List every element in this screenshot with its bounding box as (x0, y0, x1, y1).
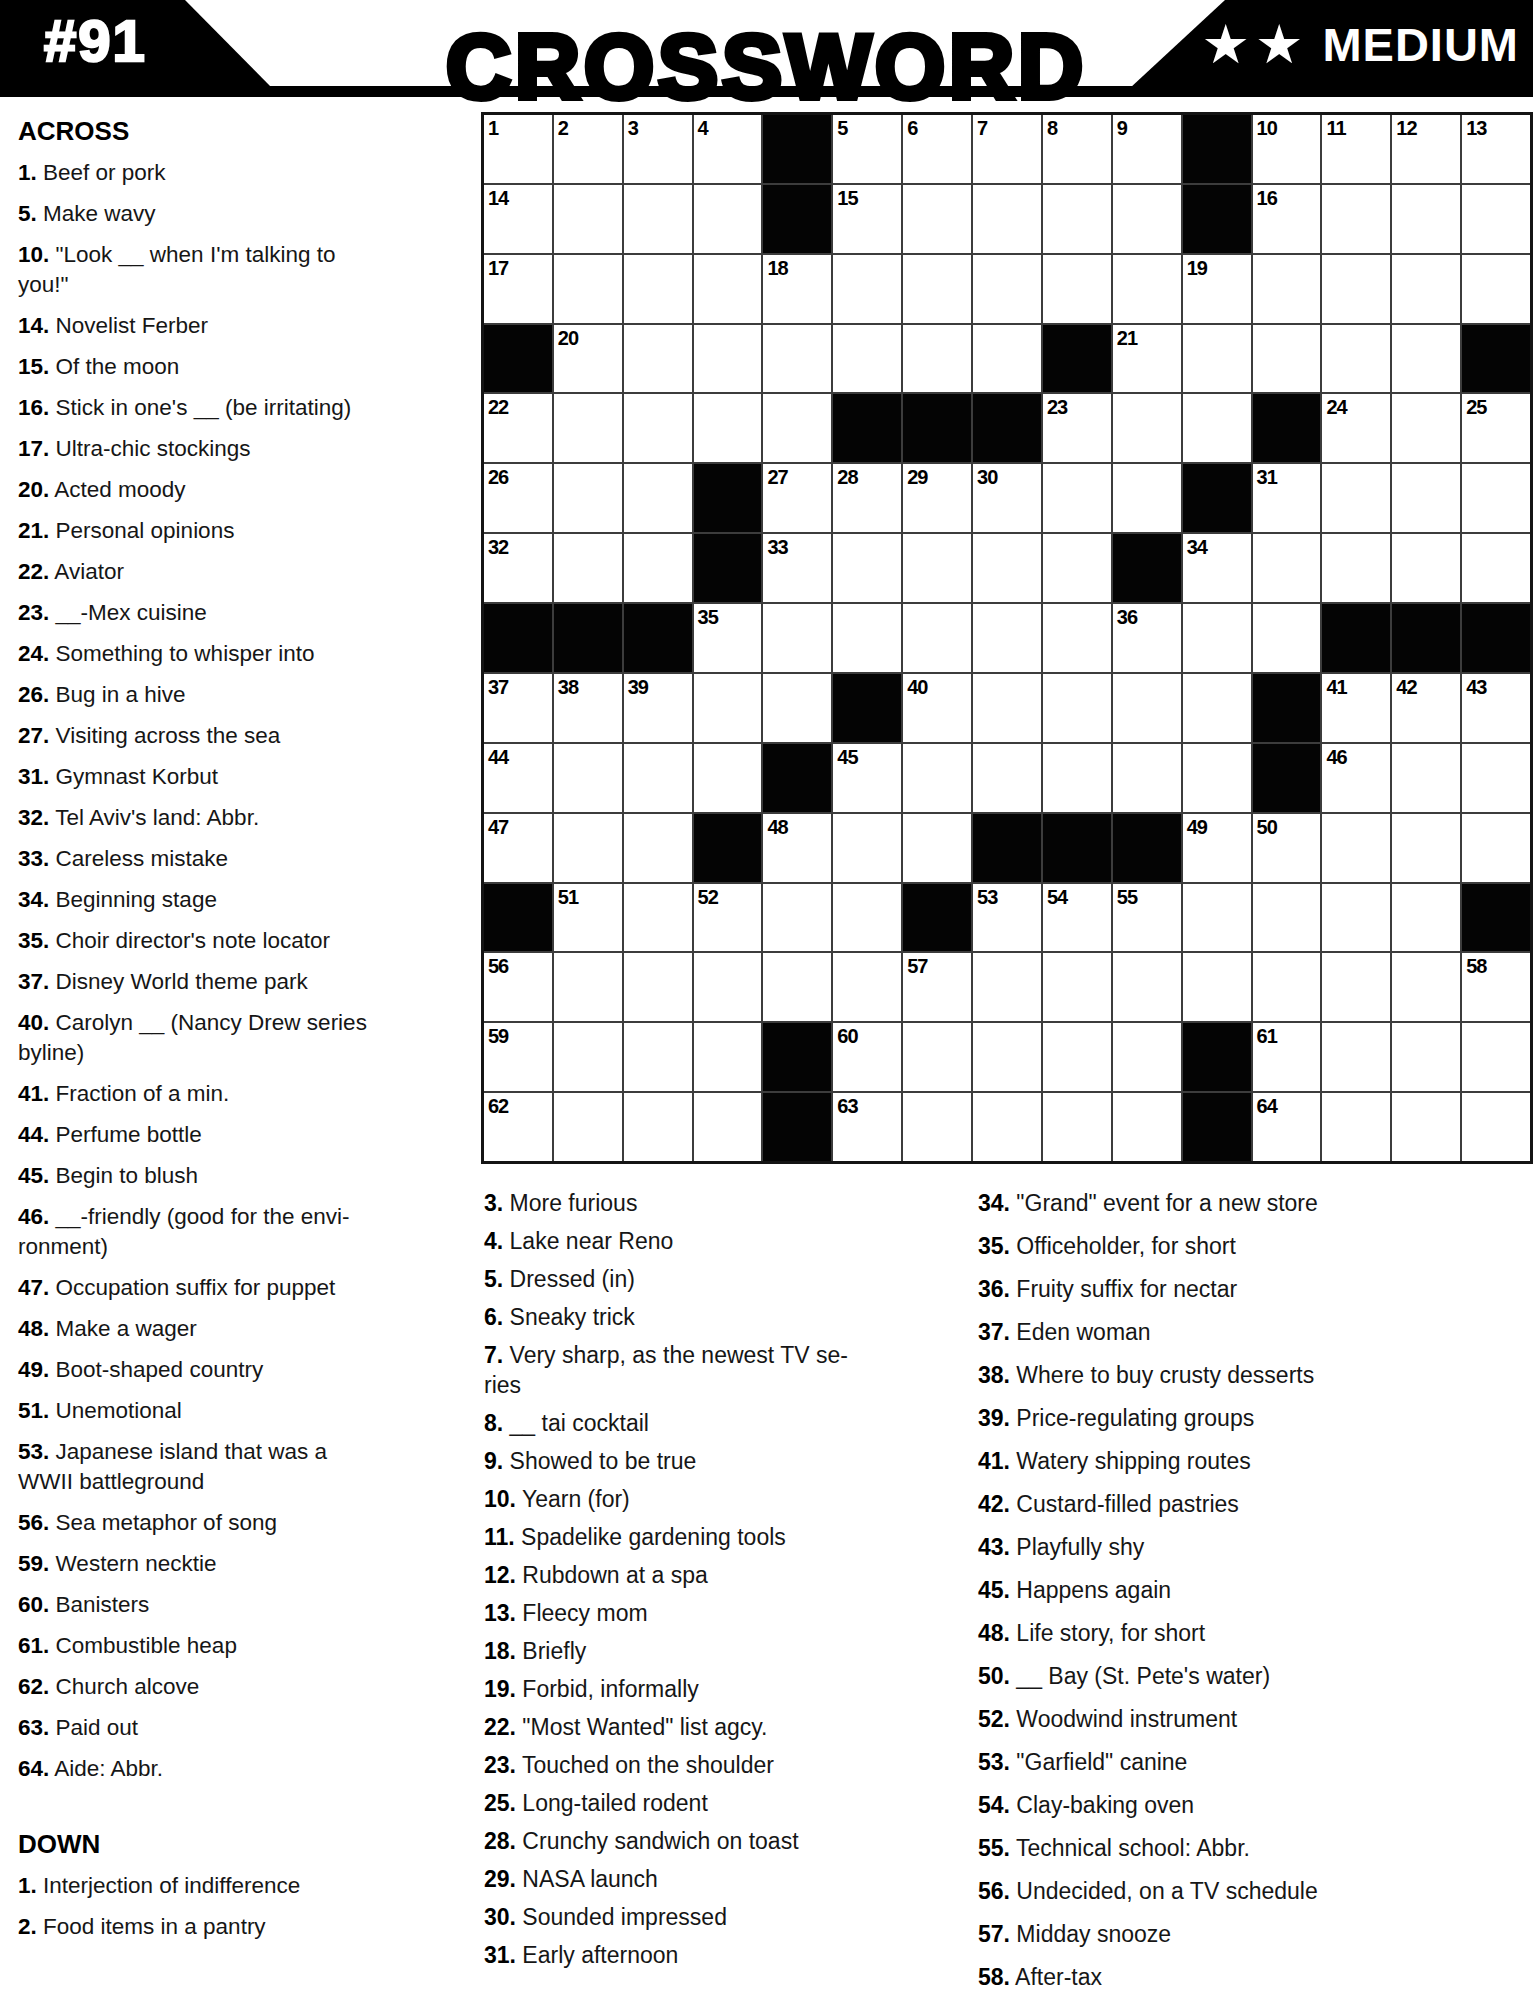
clue-item: 16. Stick in one's __ (be irritating) (18, 393, 454, 423)
clue-number: 1. (18, 1873, 37, 1898)
clue-text: "Garfield" canine (1010, 1749, 1187, 1775)
cell-number: 16 (1257, 187, 1277, 210)
grid-cell[interactable] (833, 953, 901, 1021)
clue-number: 14. (18, 313, 49, 338)
clue-text: Crunchy sandwich on toast (516, 1828, 799, 1854)
grid-cell[interactable]: 36 (1113, 604, 1181, 672)
grid-cell[interactable] (903, 325, 971, 393)
clue-text: Banisters (49, 1592, 149, 1617)
grid-cell[interactable]: 32 (484, 534, 552, 602)
clue-number: 59. (18, 1551, 49, 1576)
grid-cell[interactable]: 4 (694, 115, 762, 183)
grid-cell[interactable]: 56 (484, 953, 552, 1021)
grid-cell[interactable] (1322, 953, 1390, 1021)
grid-cell[interactable] (903, 814, 971, 882)
grid-cell[interactable] (694, 1093, 762, 1161)
grid-cell[interactable] (973, 604, 1041, 672)
grid-cell[interactable] (1462, 744, 1530, 812)
grid-cell[interactable] (1113, 1093, 1181, 1161)
grid-cell[interactable] (1183, 744, 1251, 812)
grid-cell[interactable] (624, 884, 692, 952)
grid-cell[interactable] (1462, 1093, 1530, 1161)
grid-cell[interactable]: 10 (1253, 115, 1321, 183)
clue-item: 42. Custard-filled pastries (978, 1489, 1530, 1519)
grid-cell[interactable]: 3 (624, 115, 692, 183)
black-cell (1183, 1093, 1251, 1161)
grid-cell[interactable] (694, 953, 762, 1021)
grid-cell[interactable] (694, 1023, 762, 1091)
grid-cell[interactable]: 58 (1462, 953, 1530, 1021)
black-cell (554, 604, 622, 672)
cell-number: 10 (1257, 117, 1277, 140)
grid-cell[interactable] (1043, 185, 1111, 253)
clue-item: 64. Aide: Abbr. (18, 1754, 454, 1784)
grid-cell[interactable] (554, 255, 622, 323)
grid-cell[interactable]: 30 (973, 464, 1041, 532)
cell-number: 42 (1396, 676, 1416, 699)
grid-cell[interactable] (1113, 464, 1181, 532)
black-cell (694, 464, 762, 532)
clue-item: 51. Unemotional (18, 1396, 454, 1426)
grid-cell[interactable]: 64 (1253, 1093, 1321, 1161)
grid-cell[interactable] (1113, 1023, 1181, 1091)
grid-cell[interactable]: 2 (554, 115, 622, 183)
grid-cell[interactable] (554, 394, 622, 462)
clue-number: 47. (18, 1275, 49, 1300)
grid-cell[interactable] (1392, 884, 1460, 952)
grid-cell[interactable] (833, 255, 901, 323)
grid-cell[interactable] (1043, 674, 1111, 742)
grid-cell[interactable]: 55 (1113, 884, 1181, 952)
grid-cell[interactable]: 35 (694, 604, 762, 672)
grid-cell[interactable] (903, 534, 971, 602)
grid-cell[interactable]: 43 (1462, 674, 1530, 742)
puzzle-number: #91 (44, 12, 147, 70)
grid-cell[interactable]: 45 (833, 744, 901, 812)
grid-cell[interactable] (1043, 604, 1111, 672)
grid-cell[interactable]: 38 (554, 674, 622, 742)
grid-cell[interactable] (1462, 255, 1530, 323)
clue-text: Dressed (in) (503, 1266, 635, 1292)
clue-number: 53. (978, 1749, 1010, 1775)
grid-cell[interactable] (973, 674, 1041, 742)
black-cell (833, 394, 901, 462)
cell-number: 23 (1047, 396, 1067, 419)
grid-cell[interactable] (624, 464, 692, 532)
grid-cell[interactable]: 9 (1113, 115, 1181, 183)
grid-cell[interactable] (1322, 255, 1390, 323)
clue-number: 55. (978, 1835, 1010, 1861)
grid-cell[interactable]: 5 (833, 115, 901, 183)
grid-cell[interactable]: 33 (763, 534, 831, 602)
black-cell (1322, 604, 1390, 672)
cell-number: 34 (1187, 536, 1207, 559)
grid-cell[interactable] (833, 814, 901, 882)
grid-cell[interactable] (763, 674, 831, 742)
grid-cell[interactable]: 40 (903, 674, 971, 742)
grid-cell[interactable] (1392, 1093, 1460, 1161)
grid-cell[interactable]: 51 (554, 884, 622, 952)
grid-cell[interactable] (903, 744, 971, 812)
grid-cell[interactable] (1113, 394, 1181, 462)
grid-cell[interactable] (1043, 255, 1111, 323)
grid-cell[interactable] (1183, 325, 1251, 393)
grid-cell[interactable] (1113, 744, 1181, 812)
clue-item: 8. __ tai cocktail (484, 1408, 964, 1438)
down-clue-list-middle: 3. More furious4. Lake near Reno5. Dress… (484, 1188, 964, 1970)
clue-item: 63. Paid out (18, 1713, 454, 1743)
grid-cell[interactable] (1462, 185, 1530, 253)
grid-cell[interactable] (694, 394, 762, 462)
clue-item: 38. Where to buy crusty desserts (978, 1360, 1530, 1390)
grid-cell[interactable] (1322, 884, 1390, 952)
grid-cell[interactable] (1113, 185, 1181, 253)
grid-cell[interactable] (973, 744, 1041, 812)
grid-cell[interactable] (624, 534, 692, 602)
grid-cell[interactable] (903, 255, 971, 323)
clue-text: Novelist Ferber (49, 313, 208, 338)
clue-number: 8. (484, 1410, 503, 1436)
grid-cell[interactable] (973, 534, 1041, 602)
black-cell (1253, 394, 1321, 462)
grid-cell[interactable]: 13 (1462, 115, 1530, 183)
grid-cell[interactable] (554, 953, 622, 1021)
grid-cell[interactable] (1043, 1023, 1111, 1091)
clue-text: Very sharp, as the newest TV se- ries (484, 1342, 848, 1398)
grid-cell[interactable] (903, 1093, 971, 1161)
grid-cell[interactable] (624, 744, 692, 812)
clue-text: Aviator (49, 559, 124, 584)
grid-cell[interactable]: 18 (763, 255, 831, 323)
black-cell (1462, 884, 1530, 952)
clue-text: Happens again (1010, 1577, 1171, 1603)
grid-cell[interactable]: 63 (833, 1093, 901, 1161)
cell-number: 57 (907, 955, 927, 978)
grid-cell[interactable] (1392, 325, 1460, 393)
clue-column-right: 34. "Grand" event for a new store35. Off… (978, 1188, 1530, 2000)
clue-text: Technical school: Abbr. (1010, 1835, 1250, 1861)
clue-item: 5. Make wavy (18, 199, 454, 229)
grid-cell[interactable] (1462, 1023, 1530, 1091)
down-clue-list-left: 1. Interjection of indifference2. Food i… (18, 1871, 454, 1942)
cell-number: 6 (907, 117, 917, 140)
grid-cell[interactable] (833, 604, 901, 672)
grid-cell[interactable]: 34 (1183, 534, 1251, 602)
clue-number: 33. (18, 846, 49, 871)
clue-text: Japanese island that was a WWII battlegr… (18, 1439, 327, 1494)
clue-number: 45. (18, 1163, 49, 1188)
clue-number: 6. (484, 1304, 503, 1330)
grid-cell[interactable]: 11 (1322, 115, 1390, 183)
clue-number: 28. (484, 1828, 516, 1854)
grid-cell[interactable]: 31 (1253, 464, 1321, 532)
grid-cell[interactable] (1392, 185, 1460, 253)
grid-cell[interactable] (1183, 394, 1251, 462)
grid-cell[interactable] (624, 814, 692, 882)
grid-cell[interactable] (903, 604, 971, 672)
grid-cell[interactable]: 37 (484, 674, 552, 742)
grid-cell[interactable]: 50 (1253, 814, 1321, 882)
grid-cell[interactable]: 24 (1322, 394, 1390, 462)
cell-number: 15 (837, 187, 857, 210)
grid-cell[interactable] (554, 744, 622, 812)
clue-number: 15. (18, 354, 49, 379)
grid-cell[interactable]: 49 (1183, 814, 1251, 882)
grid-cell[interactable]: 61 (1253, 1023, 1321, 1091)
grid-cell[interactable] (1043, 1093, 1111, 1161)
grid-cell[interactable]: 7 (973, 115, 1041, 183)
grid-cell[interactable] (763, 325, 831, 393)
clue-number: 63. (18, 1715, 49, 1740)
grid-cell[interactable]: 22 (484, 394, 552, 462)
grid-cell[interactable] (973, 1023, 1041, 1091)
clue-number: 58. (978, 1964, 1010, 1990)
clue-number: 24. (18, 641, 49, 666)
cell-number: 49 (1187, 816, 1207, 839)
grid-cell[interactable] (554, 1023, 622, 1091)
clue-text: __ Bay (St. Pete's water) (1010, 1663, 1270, 1689)
cell-number: 18 (767, 257, 787, 280)
grid-cell[interactable]: 12 (1392, 115, 1460, 183)
clue-text: Fraction of a min. (49, 1081, 229, 1106)
grid-cell[interactable] (624, 1023, 692, 1091)
grid-cell[interactable] (694, 744, 762, 812)
grid-cell[interactable] (1322, 1023, 1390, 1091)
grid-cell[interactable]: 59 (484, 1023, 552, 1091)
clue-item: 41. Fraction of a min. (18, 1079, 454, 1109)
grid-cell[interactable] (1043, 953, 1111, 1021)
grid-cell[interactable] (624, 394, 692, 462)
grid-cell[interactable] (1322, 1093, 1390, 1161)
grid-cell[interactable] (1253, 325, 1321, 393)
grid-cell[interactable] (1392, 534, 1460, 602)
clue-item: 45. Happens again (978, 1575, 1530, 1605)
grid-cell[interactable]: 52 (694, 884, 762, 952)
grid-cell[interactable] (1322, 185, 1390, 253)
grid-cell[interactable]: 60 (833, 1023, 901, 1091)
grid-cell[interactable]: 42 (1392, 674, 1460, 742)
grid-cell[interactable] (973, 325, 1041, 393)
clue-text: Choir director's note locator (49, 928, 330, 953)
clue-item: 34. "Grand" event for a new store (978, 1188, 1530, 1218)
clue-number: 26. (18, 682, 49, 707)
grid-cell[interactable] (763, 394, 831, 462)
grid-cell[interactable] (1462, 814, 1530, 882)
grid-cell[interactable]: 28 (833, 464, 901, 532)
clue-text: Life story, for short (1010, 1620, 1205, 1646)
black-cell (1462, 325, 1530, 393)
grid-cell[interactable] (833, 884, 901, 952)
cell-number: 56 (488, 955, 508, 978)
grid-cell[interactable] (763, 604, 831, 672)
grid-cell[interactable]: 20 (554, 325, 622, 393)
grid-cell[interactable] (554, 534, 622, 602)
grid-cell[interactable] (1322, 464, 1390, 532)
grid-cell[interactable]: 27 (763, 464, 831, 532)
grid-cell[interactable] (1392, 814, 1460, 882)
grid-cell[interactable] (973, 185, 1041, 253)
grid-cell[interactable] (624, 953, 692, 1021)
clue-number: 29. (484, 1866, 516, 1892)
grid-cell[interactable]: 57 (903, 953, 971, 1021)
grid-cell[interactable] (1113, 255, 1181, 323)
grid-cell[interactable] (1043, 464, 1111, 532)
clue-number: 7. (484, 1342, 503, 1368)
grid-cell[interactable]: 19 (1183, 255, 1251, 323)
grid-cell[interactable]: 15 (833, 185, 901, 253)
clue-number: 17. (18, 436, 49, 461)
grid-cell[interactable] (694, 255, 762, 323)
grid-cell[interactable] (624, 1093, 692, 1161)
clue-item: 12. Rubdown at a spa (484, 1560, 964, 1590)
clue-item: 52. Woodwind instrument (978, 1704, 1530, 1734)
grid-cell[interactable] (763, 884, 831, 952)
clue-item: 35. Officeholder, for short (978, 1231, 1530, 1261)
clue-text: Beef or pork (37, 160, 166, 185)
grid-cell[interactable] (1183, 953, 1251, 1021)
grid-cell[interactable]: 26 (484, 464, 552, 532)
grid-cell[interactable] (1462, 464, 1530, 532)
grid-cell[interactable] (1392, 464, 1460, 532)
grid-cell[interactable] (1322, 325, 1390, 393)
clue-item: 56. Sea metaphor of song (18, 1508, 454, 1538)
grid-cell[interactable] (1253, 255, 1321, 323)
grid-cell[interactable] (833, 534, 901, 602)
grid-cell[interactable] (554, 185, 622, 253)
grid-cell[interactable] (624, 255, 692, 323)
cell-number: 54 (1047, 886, 1067, 909)
grid-cell[interactable] (1322, 534, 1390, 602)
grid-cell[interactable]: 48 (763, 814, 831, 882)
clue-number: 39. (978, 1405, 1010, 1431)
cell-number: 39 (628, 676, 648, 699)
cell-number: 8 (1047, 117, 1057, 140)
black-cell (763, 115, 831, 183)
clue-text: "Most Wanted" list agcy. (516, 1714, 768, 1740)
grid-cell[interactable]: 16 (1253, 185, 1321, 253)
clue-text: Sea metaphor of song (49, 1510, 277, 1535)
cell-number: 1 (488, 117, 498, 140)
clue-item: 35. Choir director's note locator (18, 926, 454, 956)
clue-text: Early afternoon (516, 1942, 678, 1968)
clue-number: 46. (18, 1204, 49, 1229)
grid-cell[interactable]: 44 (484, 744, 552, 812)
cell-number: 22 (488, 396, 508, 419)
grid-cell[interactable] (1113, 953, 1181, 1021)
clue-item: 26. Bug in a hive (18, 680, 454, 710)
clue-text: Combustible heap (49, 1633, 237, 1658)
grid-cell[interactable]: 62 (484, 1093, 552, 1161)
grid-cell[interactable] (833, 325, 901, 393)
grid-cell[interactable] (1392, 255, 1460, 323)
grid-cell[interactable] (973, 255, 1041, 323)
grid-cell[interactable] (1253, 534, 1321, 602)
cell-number: 19 (1187, 257, 1207, 280)
grid-cell[interactable] (624, 185, 692, 253)
grid-cell[interactable] (903, 185, 971, 253)
down-clue-list-right: 34. "Grand" event for a new store35. Off… (978, 1188, 1530, 1992)
clue-item: 24. Something to whisper into (18, 639, 454, 669)
clue-number: 22. (484, 1714, 516, 1740)
grid-cell[interactable] (1113, 674, 1181, 742)
grid-cell[interactable] (624, 325, 692, 393)
grid-cell[interactable] (1043, 534, 1111, 602)
grid-cell[interactable] (1392, 953, 1460, 1021)
grid-cell[interactable]: 54 (1043, 884, 1111, 952)
clue-text: Gymnast Korbut (49, 764, 218, 789)
clue-text: Acted moody (49, 477, 185, 502)
clue-text: Beginning stage (49, 887, 217, 912)
grid-cell[interactable]: 6 (903, 115, 971, 183)
clue-text: "Grand" event for a new store (1010, 1190, 1318, 1216)
grid-cell[interactable] (1253, 884, 1321, 952)
clue-number: 37. (18, 969, 49, 994)
grid-cell[interactable]: 1 (484, 115, 552, 183)
clue-number: 13. (484, 1600, 516, 1626)
grid-cell[interactable] (554, 1093, 622, 1161)
grid-cell[interactable] (694, 185, 762, 253)
clue-item: 7. Very sharp, as the newest TV se- ries (484, 1340, 964, 1400)
grid-cell[interactable] (1183, 674, 1251, 742)
cell-number: 63 (837, 1095, 857, 1118)
grid-cell[interactable] (1462, 534, 1530, 602)
grid-cell[interactable]: 39 (624, 674, 692, 742)
grid-cell[interactable]: 29 (903, 464, 971, 532)
clue-number: 10. (484, 1486, 516, 1512)
grid-cell[interactable] (554, 814, 622, 882)
black-cell (763, 185, 831, 253)
grid-cell[interactable]: 46 (1322, 744, 1390, 812)
grid-cell[interactable]: 25 (1462, 394, 1530, 462)
grid-cell[interactable] (694, 325, 762, 393)
grid-cell[interactable] (973, 953, 1041, 1021)
clue-item: 45. Begin to blush (18, 1161, 454, 1191)
clue-text: Spadelike gardening tools (515, 1524, 786, 1550)
grid-cell[interactable] (554, 464, 622, 532)
grid-cell[interactable]: 47 (484, 814, 552, 882)
clue-item: 14. Novelist Ferber (18, 311, 454, 341)
clue-text: Briefly (516, 1638, 586, 1664)
grid-cell[interactable]: 8 (1043, 115, 1111, 183)
grid-cell[interactable] (1183, 884, 1251, 952)
clue-text: Touched on the shoulder (516, 1752, 774, 1778)
grid-cell[interactable]: 17 (484, 255, 552, 323)
grid-cell[interactable]: 41 (1322, 674, 1390, 742)
grid-cell[interactable] (1392, 1023, 1460, 1091)
clue-item: 4. Lake near Reno (484, 1226, 964, 1256)
grid-cell[interactable]: 53 (973, 884, 1041, 952)
grid-cell[interactable] (1322, 814, 1390, 882)
clue-number: 34. (978, 1190, 1010, 1216)
clue-item: 10. "Look __ when I'm talking to you!" (18, 240, 454, 300)
grid-cell[interactable]: 23 (1043, 394, 1111, 462)
grid-cell[interactable] (1392, 744, 1460, 812)
grid-cell[interactable] (1183, 604, 1251, 672)
grid-cell[interactable] (1253, 604, 1321, 672)
grid-cell[interactable] (1043, 744, 1111, 812)
grid-cell[interactable] (903, 1023, 971, 1091)
grid-cell[interactable]: 14 (484, 185, 552, 253)
grid-cell[interactable] (1253, 953, 1321, 1021)
grid-cell[interactable] (1392, 394, 1460, 462)
clue-text: Aide: Abbr. (49, 1756, 163, 1781)
grid-cell[interactable]: 21 (1113, 325, 1181, 393)
clue-number: 10. (18, 242, 49, 267)
grid-cell[interactable] (694, 674, 762, 742)
clue-number: 27. (18, 723, 49, 748)
grid-cell[interactable] (973, 1093, 1041, 1161)
grid-cell[interactable] (763, 953, 831, 1021)
